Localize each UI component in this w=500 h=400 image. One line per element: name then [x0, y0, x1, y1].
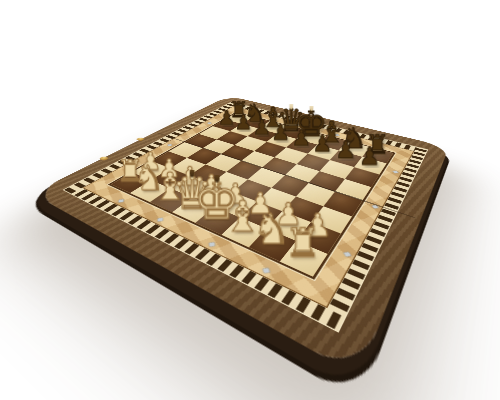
brass-clasp [135, 137, 145, 141]
brass-clasp [98, 156, 109, 161]
metal-inlay [335, 134, 340, 136]
metal-inlay [344, 252, 352, 257]
metal-inlay [119, 199, 124, 202]
scene: ♜♞♝♛♚♝♞♜♟♟♟♟♟♟♟♟♟♟♟♟♟♟♟♟♜♞♝♛♚♝♞♜ [0, 0, 500, 400]
product-photo: ♜♞♝♛♚♝♞♜♟♟♟♟♟♟♟♟♟♟♟♟♟♟♟♟♜♞♝♛♚♝♞♜ [0, 0, 500, 400]
metal-inlay [158, 218, 163, 222]
chess-board: ♜♞♝♛♚♝♞♜♟♟♟♟♟♟♟♟♟♟♟♟♟♟♟♟♜♞♝♛♚♝♞♜ [32, 96, 449, 377]
metal-inlay [209, 242, 215, 246]
metal-inlay [208, 122, 212, 124]
metal-inlay [295, 124, 299, 126]
metal-inlay [263, 268, 270, 273]
white-rook-glyph: ♜ [285, 224, 320, 264]
metal-inlay [168, 144, 172, 146]
metal-inlay [375, 144, 380, 146]
metal-inlay [256, 114, 260, 115]
